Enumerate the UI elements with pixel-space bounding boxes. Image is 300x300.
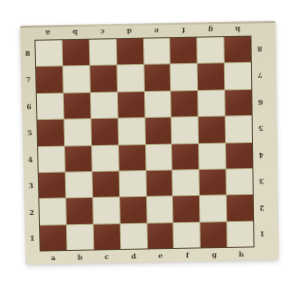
square-a3[interactable]: [39, 172, 65, 198]
file-label-glyph: a: [34, 28, 61, 38]
file-label-b: b: [66, 250, 93, 263]
square-e6[interactable]: [144, 91, 170, 117]
square-g5[interactable]: [199, 117, 225, 143]
square-d2[interactable]: [120, 197, 146, 223]
square-e3[interactable]: [146, 170, 172, 196]
rank-label-2: 2: [254, 195, 270, 222]
rank-labels-right: 87654321: [251, 35, 270, 247]
square-c1[interactable]: [94, 224, 120, 250]
file-label-glyph: c: [88, 27, 115, 37]
board-grid: [34, 36, 254, 252]
square-d1[interactable]: [120, 223, 146, 249]
square-d6[interactable]: [118, 92, 144, 118]
square-e1[interactable]: [147, 223, 173, 249]
square-c2[interactable]: [93, 198, 119, 224]
square-b6[interactable]: [64, 93, 90, 119]
file-label-b: b: [61, 25, 88, 40]
rank-label-7: 7: [21, 66, 36, 93]
square-b2[interactable]: [66, 198, 92, 224]
square-b8[interactable]: [62, 40, 89, 66]
rank-label-4: 4: [253, 142, 269, 169]
rank-label-glyph: 6: [252, 97, 268, 106]
square-f8[interactable]: [170, 38, 196, 64]
file-label-c: c: [88, 24, 115, 39]
square-g2[interactable]: [200, 196, 226, 222]
square-h3[interactable]: [227, 169, 253, 195]
rank-label-6: 6: [22, 93, 37, 120]
square-f6[interactable]: [171, 91, 197, 117]
square-h6[interactable]: [225, 90, 251, 116]
square-f2[interactable]: [173, 196, 199, 222]
rank-label-1: 1: [25, 225, 40, 252]
square-g8[interactable]: [197, 37, 223, 63]
square-a5[interactable]: [37, 120, 63, 146]
square-g1[interactable]: [201, 222, 227, 248]
rank-label-glyph: 4: [253, 150, 269, 159]
rank-label-6: 6: [252, 89, 268, 116]
rank-label-1: 1: [254, 221, 270, 248]
square-f7[interactable]: [171, 64, 197, 90]
rank-label-2: 2: [24, 199, 39, 226]
file-label-glyph: f: [170, 25, 197, 35]
square-g4[interactable]: [199, 143, 225, 169]
file-label-f: f: [170, 22, 197, 37]
square-b7[interactable]: [63, 66, 90, 92]
rank-label-glyph: 5: [253, 124, 269, 133]
rank-label-5: 5: [253, 115, 269, 142]
square-d4[interactable]: [119, 145, 145, 171]
square-f4[interactable]: [172, 144, 198, 170]
file-label-glyph: h: [224, 24, 251, 34]
file-label-g: g: [201, 248, 228, 261]
square-b4[interactable]: [65, 146, 91, 172]
rank-label-glyph: 1: [254, 230, 270, 239]
file-label-h: h: [224, 21, 251, 36]
square-a4[interactable]: [38, 146, 64, 172]
square-d7[interactable]: [117, 65, 143, 91]
file-label-glyph: b: [61, 27, 88, 37]
file-label-d: d: [120, 249, 147, 262]
file-label-h: h: [228, 247, 255, 260]
square-e5[interactable]: [145, 118, 171, 144]
square-h4[interactable]: [226, 143, 252, 169]
rank-label-glyph: 3: [253, 177, 269, 186]
rank-label-3: 3: [253, 168, 269, 195]
file-label-d: d: [116, 24, 143, 39]
square-h5[interactable]: [226, 116, 252, 142]
file-label-glyph: g: [197, 24, 224, 34]
file-label-c: c: [93, 250, 120, 263]
file-label-a: a: [40, 251, 67, 264]
square-f3[interactable]: [173, 170, 199, 196]
square-h7[interactable]: [225, 63, 251, 89]
file-label-g: g: [197, 22, 224, 37]
rank-label-8: 8: [251, 35, 267, 62]
file-label-e: e: [147, 249, 174, 262]
square-f5[interactable]: [172, 117, 198, 143]
square-e2[interactable]: [147, 197, 173, 223]
rank-label-4: 4: [23, 146, 38, 173]
square-b5[interactable]: [64, 119, 90, 145]
square-a1[interactable]: [40, 225, 66, 251]
rank-label-7: 7: [252, 62, 268, 89]
rank-label-glyph: 7: [252, 71, 268, 80]
square-a8[interactable]: [35, 40, 62, 66]
square-b3[interactable]: [66, 172, 92, 198]
file-label-e: e: [143, 23, 170, 38]
square-e8[interactable]: [143, 38, 169, 64]
square-h1[interactable]: [227, 221, 253, 247]
square-g6[interactable]: [198, 90, 224, 116]
file-label-glyph: d: [116, 26, 143, 36]
square-c8[interactable]: [89, 39, 116, 65]
square-g7[interactable]: [198, 64, 224, 90]
file-label-a: a: [34, 25, 61, 40]
square-c7[interactable]: [90, 66, 116, 92]
rank-label-glyph: 2: [254, 203, 270, 212]
rank-label-glyph: 8: [252, 44, 268, 53]
square-c5[interactable]: [91, 119, 117, 145]
square-c6[interactable]: [91, 92, 117, 118]
square-a7[interactable]: [36, 67, 63, 93]
square-c4[interactable]: [92, 145, 118, 171]
square-b1[interactable]: [67, 224, 93, 250]
square-a6[interactable]: [37, 93, 64, 119]
file-label-f: f: [174, 248, 201, 261]
square-d8[interactable]: [116, 39, 142, 65]
square-g3[interactable]: [200, 169, 226, 195]
square-e4[interactable]: [146, 144, 172, 170]
square-h2[interactable]: [227, 195, 253, 221]
rank-label-3: 3: [24, 173, 39, 200]
square-e7[interactable]: [144, 65, 170, 91]
square-a2[interactable]: [39, 199, 65, 225]
square-d3[interactable]: [119, 171, 145, 197]
square-d5[interactable]: [118, 118, 144, 144]
file-label-glyph: e: [143, 26, 170, 36]
rank-label-5: 5: [22, 120, 37, 147]
chessboard-mat: abcdefgh abcdefgh 87654321 87654321: [20, 21, 279, 265]
square-h8[interactable]: [224, 37, 250, 63]
photo-background: abcdefgh abcdefgh 87654321 87654321: [0, 0, 300, 300]
rank-label-8: 8: [20, 40, 35, 67]
square-c3[interactable]: [92, 171, 118, 197]
square-f1[interactable]: [174, 222, 200, 248]
